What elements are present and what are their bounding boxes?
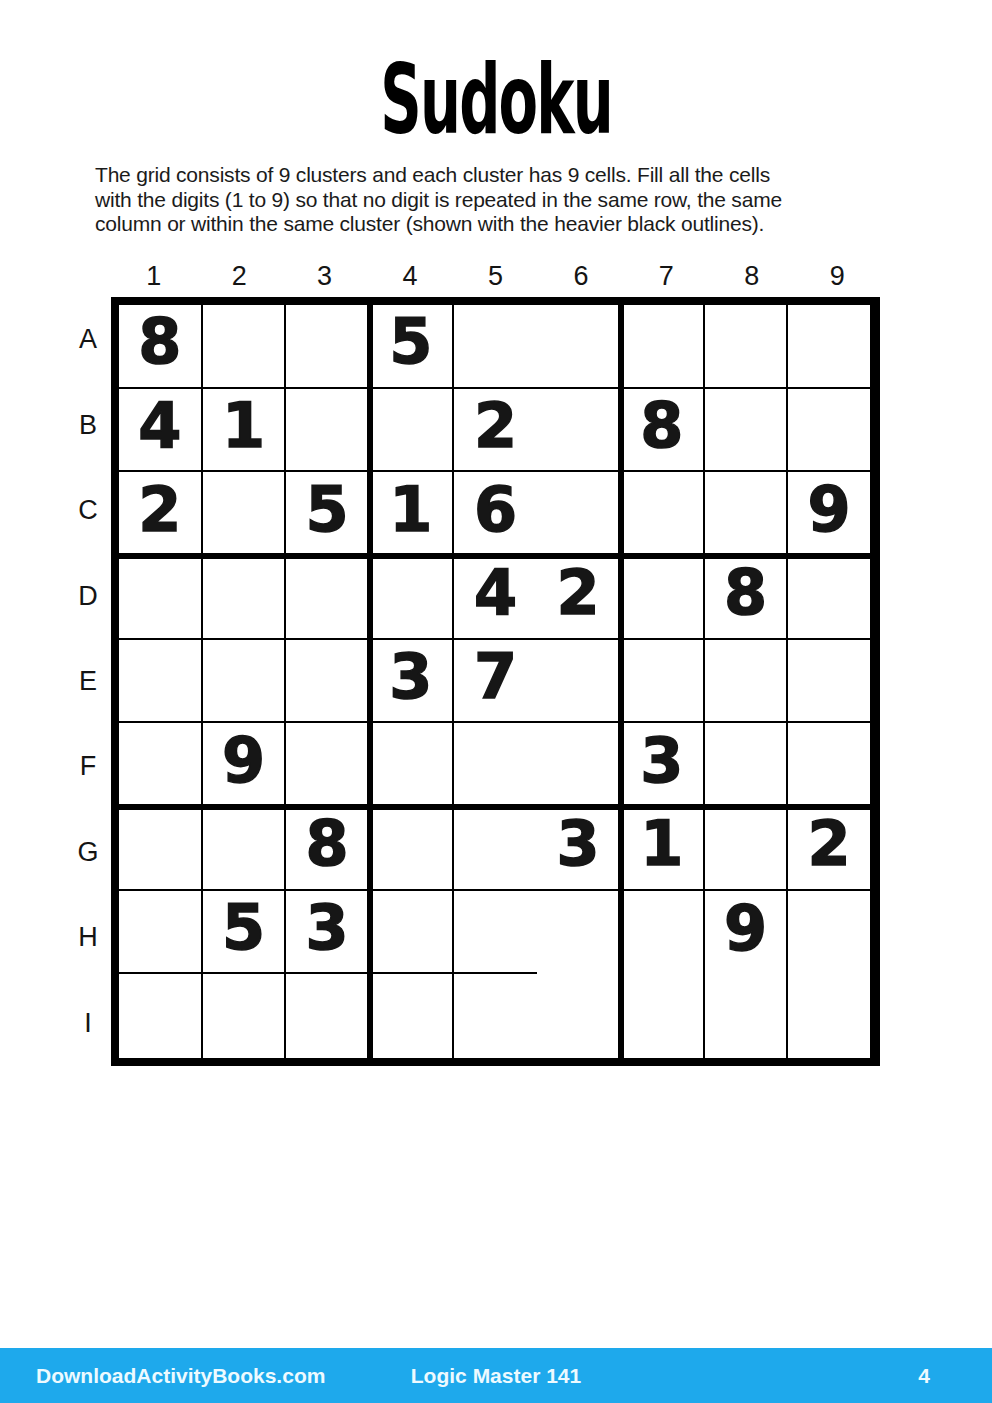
cell-E2[interactable] (203, 640, 287, 724)
cell-D2[interactable] (203, 556, 287, 640)
column-labels: 123456789 (111, 258, 880, 294)
cell-G7: 1 (621, 807, 705, 891)
cell-G2[interactable] (203, 807, 287, 891)
cell-I7[interactable] (621, 974, 705, 1058)
cell-H3: 3 (286, 891, 370, 975)
cell-D3[interactable] (286, 556, 370, 640)
cell-F3[interactable] (286, 723, 370, 807)
cell-B3[interactable] (286, 389, 370, 473)
cell-C7[interactable] (621, 472, 705, 556)
page-title-text: Sudoku (380, 50, 612, 150)
cell-I5[interactable] (454, 974, 538, 1058)
cell-A5[interactable] (454, 305, 538, 389)
col-label-4: 4 (367, 258, 452, 294)
cell-D5: 4 (454, 556, 538, 640)
cell-E8[interactable] (705, 640, 789, 724)
cell-D1[interactable] (119, 556, 203, 640)
cell-G3: 8 (286, 807, 370, 891)
cell-D6: 2 (537, 556, 621, 640)
cell-G8[interactable] (705, 807, 789, 891)
cell-H7[interactable] (621, 891, 705, 975)
cell-A9[interactable] (788, 305, 872, 389)
cell-C8[interactable] (705, 472, 789, 556)
row-label-D: D (66, 553, 110, 638)
col-label-1: 1 (111, 258, 196, 294)
cell-E3[interactable] (286, 640, 370, 724)
col-label-9: 9 (795, 258, 880, 294)
cell-E9[interactable] (788, 640, 872, 724)
cell-C2[interactable] (203, 472, 287, 556)
cell-B1: 4 (119, 389, 203, 473)
cell-I4[interactable] (370, 974, 454, 1058)
cell-F2: 9 (203, 723, 287, 807)
cell-E4: 3 (370, 640, 454, 724)
row-label-A: A (66, 297, 110, 382)
row-label-H: H (66, 895, 110, 980)
cell-I9[interactable] (788, 974, 872, 1058)
cell-D9[interactable] (788, 556, 872, 640)
col-label-7: 7 (624, 258, 709, 294)
cell-D8: 8 (705, 556, 789, 640)
page-title: Sudoku (0, 50, 992, 150)
col-label-2: 2 (196, 258, 281, 294)
cell-H8: 9 (705, 891, 789, 975)
footer-page-number: 4 (918, 1364, 930, 1388)
cell-B9[interactable] (788, 389, 872, 473)
col-label-5: 5 (453, 258, 538, 294)
cell-A2[interactable] (203, 305, 287, 389)
footer-series-title: Logic Master 141 (411, 1364, 581, 1388)
cell-B6[interactable] (537, 389, 621, 473)
box-separator-horizontal-2 (119, 804, 872, 810)
cell-A3[interactable] (286, 305, 370, 389)
col-label-6: 6 (538, 258, 623, 294)
cell-C5: 6 (454, 472, 538, 556)
row-label-I: I (66, 981, 110, 1066)
cell-A6[interactable] (537, 305, 621, 389)
cell-A8[interactable] (705, 305, 789, 389)
box-separator-vertical-2 (618, 305, 624, 1058)
cell-A7[interactable] (621, 305, 705, 389)
cell-G9: 2 (788, 807, 872, 891)
row-labels: ABCDEFGHI (66, 297, 110, 1066)
cell-G6: 3 (537, 807, 621, 891)
row-label-B: B (66, 382, 110, 467)
cell-E5: 7 (454, 640, 538, 724)
footer-website-link[interactable]: DownloadActivityBooks.com (36, 1364, 325, 1388)
cell-C6[interactable] (537, 472, 621, 556)
cell-E7[interactable] (621, 640, 705, 724)
cell-B8[interactable] (705, 389, 789, 473)
cell-H5[interactable] (454, 891, 538, 975)
cell-C3: 5 (286, 472, 370, 556)
cell-H2: 5 (203, 891, 287, 975)
cell-A4: 5 (370, 305, 454, 389)
cell-G4[interactable] (370, 807, 454, 891)
cell-I2[interactable] (203, 974, 287, 1058)
col-label-3: 3 (282, 258, 367, 294)
cell-F8[interactable] (705, 723, 789, 807)
cell-H6[interactable] (537, 891, 621, 975)
cell-E6[interactable] (537, 640, 621, 724)
row-label-E: E (66, 639, 110, 724)
worksheet-page: Sudoku The grid consists of 9 clusters a… (0, 0, 992, 1403)
cell-D7[interactable] (621, 556, 705, 640)
cell-I3[interactable] (286, 974, 370, 1058)
box-separator-horizontal-1 (119, 553, 872, 559)
cell-B5: 2 (454, 389, 538, 473)
cell-A1: 8 (119, 305, 203, 389)
cell-F5[interactable] (454, 723, 538, 807)
instructions-line-2: with the digits (1 to 9) so that no digi… (95, 188, 897, 213)
cell-F1[interactable] (119, 723, 203, 807)
cell-F7: 3 (621, 723, 705, 807)
row-label-F: F (66, 724, 110, 809)
cell-B2: 1 (203, 389, 287, 473)
cell-I1[interactable] (119, 974, 203, 1058)
cell-B7: 8 (621, 389, 705, 473)
box-separator-vertical-1 (367, 305, 373, 1058)
instructions-line-1: The grid consists of 9 clusters and each… (95, 163, 897, 188)
cell-F4[interactable] (370, 723, 454, 807)
cell-H1[interactable] (119, 891, 203, 975)
cell-I8[interactable] (705, 974, 789, 1058)
cell-C4: 1 (370, 472, 454, 556)
instructions: The grid consists of 9 clusters and each… (95, 163, 897, 237)
cell-F6[interactable] (537, 723, 621, 807)
row-label-C: C (66, 468, 110, 553)
cell-F9[interactable] (788, 723, 872, 807)
row-label-G: G (66, 810, 110, 895)
cell-G1[interactable] (119, 807, 203, 891)
cell-E1[interactable] (119, 640, 203, 724)
cell-H4[interactable] (370, 891, 454, 975)
cell-I6[interactable] (537, 974, 621, 1058)
cell-B4[interactable] (370, 389, 454, 473)
sudoku-grid: 8541282516942837938312539 (111, 297, 880, 1066)
instructions-line-3: column or within the same cluster (shown… (95, 212, 897, 237)
cell-G5[interactable] (454, 807, 538, 891)
cell-H9[interactable] (788, 891, 872, 975)
footer-bar: DownloadActivityBooks.com Logic Master 1… (0, 1348, 992, 1403)
cell-C1: 2 (119, 472, 203, 556)
col-label-8: 8 (709, 258, 794, 294)
cell-D4[interactable] (370, 556, 454, 640)
cell-C9: 9 (788, 472, 872, 556)
